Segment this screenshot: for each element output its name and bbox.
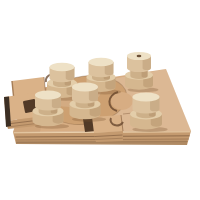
product-photo-stage <box>0 0 200 200</box>
puzzle-scene <box>0 0 200 200</box>
peg-cap-hole <box>137 55 142 58</box>
